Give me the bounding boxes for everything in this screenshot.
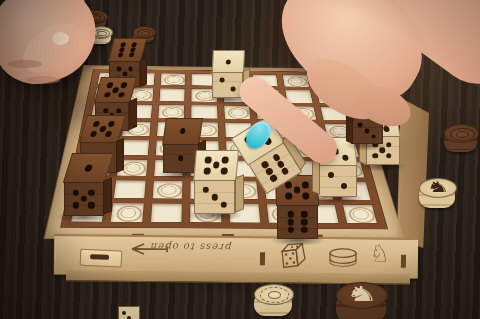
right-hand (218, 0, 480, 200)
die-pip (178, 156, 184, 162)
die-pip (90, 131, 98, 137)
die-pip (179, 128, 186, 134)
latch-slider[interactable] (80, 249, 123, 268)
chess-knight-icon: ♘ (370, 239, 390, 267)
die-side-face (129, 98, 137, 130)
token-top: ♞ (336, 282, 388, 309)
token-knight-light-9[interactable]: ♞ (336, 282, 386, 319)
die-pip (106, 82, 113, 88)
die-pip (116, 108, 121, 113)
die-pip (122, 311, 126, 315)
die-a5[interactable] (72, 153, 114, 216)
die-pip (107, 121, 115, 127)
die-pip (93, 121, 101, 127)
die-front-face (64, 182, 104, 216)
board-square-d6 (191, 105, 217, 119)
token-pips-10[interactable] (118, 306, 140, 319)
die-top-face (162, 118, 203, 145)
die-pip (120, 82, 127, 88)
panel-slot (401, 255, 406, 268)
target-circle-engraving (165, 108, 179, 115)
die-front-face (163, 144, 199, 174)
board-square-c8 (160, 73, 185, 85)
die-pip (84, 165, 93, 172)
target-circle-engraving (161, 185, 177, 194)
die-pip (128, 67, 133, 72)
board-square-c1 (151, 203, 182, 222)
board-square-b2 (114, 180, 145, 198)
target-circle-engraving (167, 77, 180, 83)
die-pip (301, 219, 307, 225)
die-pip (221, 201, 227, 207)
die-pip (103, 108, 108, 113)
die-pip (205, 156, 212, 163)
die-pip (203, 186, 209, 192)
die-pip (98, 126, 106, 132)
die-pip (73, 190, 79, 196)
die-pip (118, 52, 125, 57)
die-pip (122, 71, 127, 76)
token-ring-engraving (141, 31, 150, 36)
board-square-c7 (159, 89, 184, 102)
die-pip (73, 202, 79, 208)
die-pip (81, 196, 87, 202)
die-pip (288, 227, 294, 233)
die-pip (204, 168, 211, 175)
die-pip (116, 67, 121, 72)
die-side-face (103, 177, 112, 214)
left-hand-fist (0, 0, 106, 102)
panel-slot (260, 252, 265, 265)
left-arrow-icon (120, 242, 170, 257)
token-sun-8[interactable] (254, 284, 292, 319)
board-square-c6 (158, 105, 184, 119)
board-square-b1 (111, 203, 143, 222)
die-pip (88, 190, 94, 196)
finger-crease (26, 76, 60, 84)
checkers-stack-icon (325, 247, 361, 267)
die-pip (104, 131, 112, 137)
die-side-face (140, 57, 147, 87)
die-pip (112, 87, 119, 93)
die-front-face (277, 205, 318, 239)
board-square-c2 (152, 181, 182, 199)
finger-crease (8, 60, 42, 68)
die-pip (301, 227, 307, 233)
token-top (133, 26, 156, 39)
die-pip (288, 211, 294, 217)
die-pip (288, 219, 294, 225)
board-square-h1 (343, 205, 377, 224)
photo-scene: press to open ♘ (0, 0, 480, 319)
die-pip (128, 52, 135, 57)
latch-slot (90, 254, 109, 260)
fist-thumbnail (52, 32, 69, 45)
die-pip (88, 202, 94, 208)
die-pip (117, 92, 124, 98)
die-side-face (116, 138, 124, 173)
token-knight-engraving: ♞ (345, 282, 379, 306)
token-top (254, 284, 294, 305)
die-pip (301, 211, 307, 217)
